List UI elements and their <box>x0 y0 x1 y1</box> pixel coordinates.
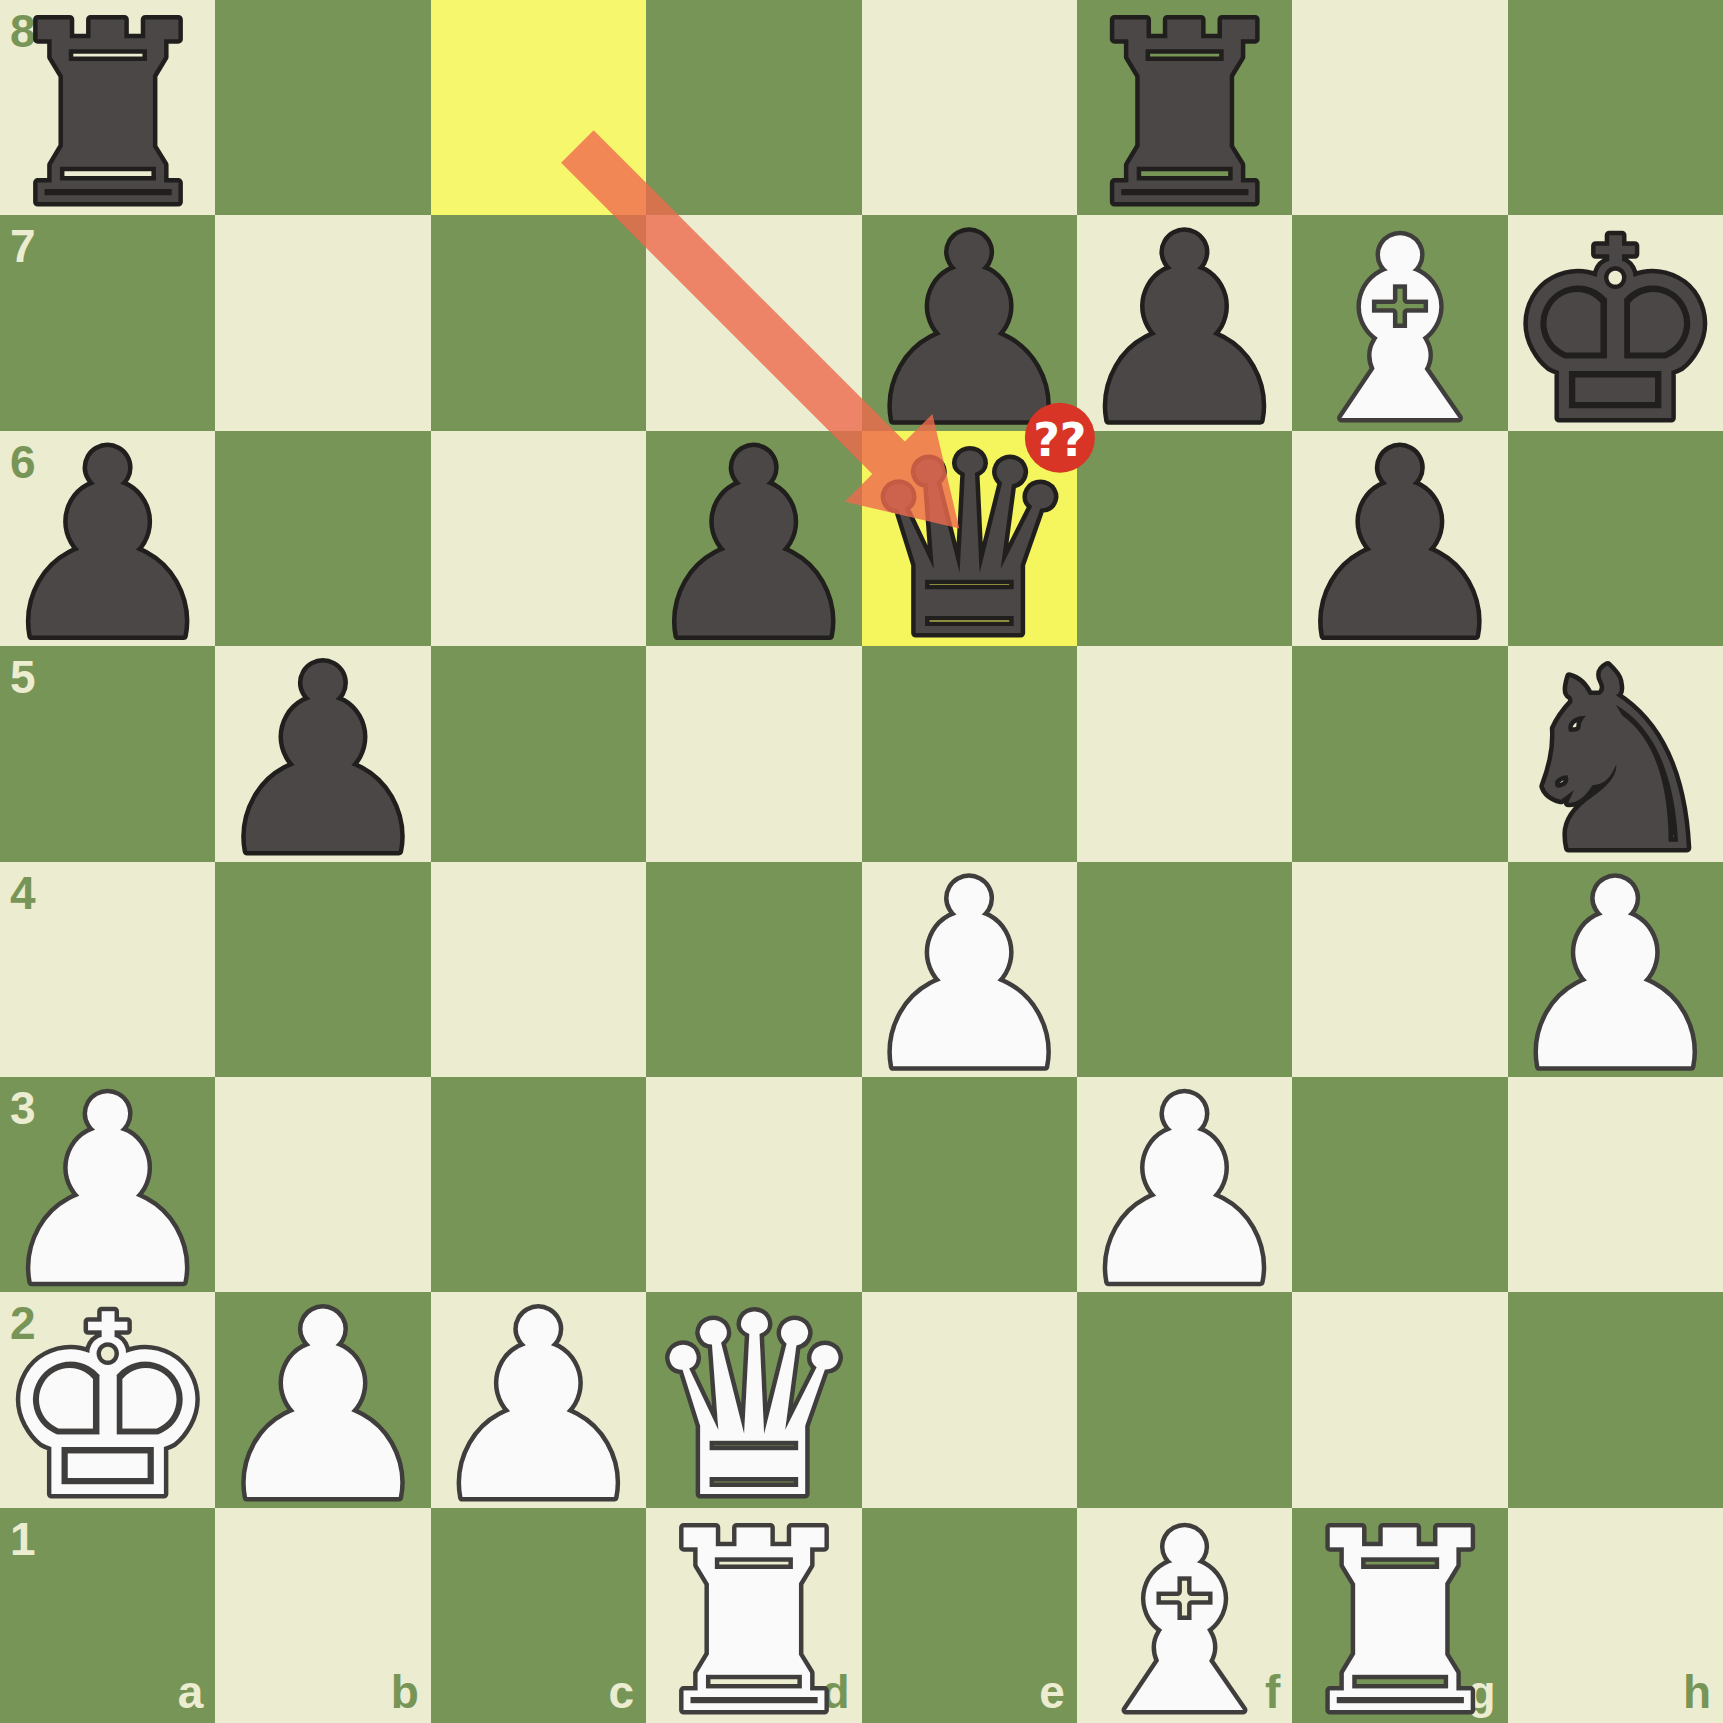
square-d7[interactable] <box>646 215 861 430</box>
square-h5[interactable] <box>1508 646 1723 861</box>
square-b4[interactable] <box>215 862 430 1077</box>
square-e5[interactable] <box>862 646 1077 861</box>
square-h2[interactable] <box>1508 1292 1723 1507</box>
square-g4[interactable] <box>1292 862 1507 1077</box>
rank-label-2: 2 <box>10 1300 36 1346</box>
square-a2[interactable]: 2 <box>0 1292 215 1507</box>
square-e6[interactable] <box>862 431 1077 646</box>
file-label-d: d <box>821 1669 849 1715</box>
square-c3[interactable] <box>431 1077 646 1292</box>
rank-label-4: 4 <box>10 870 36 916</box>
rank-label-5: 5 <box>10 654 36 700</box>
square-h1[interactable]: h <box>1508 1508 1723 1723</box>
square-b3[interactable] <box>215 1077 430 1292</box>
square-g1[interactable]: g <box>1292 1508 1507 1723</box>
square-f6[interactable] <box>1077 431 1292 646</box>
square-b5[interactable] <box>215 646 430 861</box>
square-d3[interactable] <box>646 1077 861 1292</box>
square-c1[interactable]: c <box>431 1508 646 1723</box>
square-a1[interactable]: 1a <box>0 1508 215 1723</box>
square-c5[interactable] <box>431 646 646 861</box>
square-a4[interactable]: 4 <box>0 862 215 1077</box>
square-h6[interactable] <box>1508 431 1723 646</box>
square-e8[interactable] <box>862 0 1077 215</box>
square-f7[interactable] <box>1077 215 1292 430</box>
rank-label-8: 8 <box>10 8 36 54</box>
square-d5[interactable] <box>646 646 861 861</box>
square-f5[interactable] <box>1077 646 1292 861</box>
square-b1[interactable]: b <box>215 1508 430 1723</box>
square-c6[interactable] <box>431 431 646 646</box>
square-f3[interactable] <box>1077 1077 1292 1292</box>
file-label-h: h <box>1683 1669 1711 1715</box>
square-a3[interactable]: 3 <box>0 1077 215 1292</box>
square-d8[interactable] <box>646 0 861 215</box>
square-b6[interactable] <box>215 431 430 646</box>
square-g2[interactable] <box>1292 1292 1507 1507</box>
square-a7[interactable]: 7 <box>0 215 215 430</box>
square-e2[interactable] <box>862 1292 1077 1507</box>
square-c7[interactable] <box>431 215 646 430</box>
square-h3[interactable] <box>1508 1077 1723 1292</box>
square-g3[interactable] <box>1292 1077 1507 1292</box>
square-c8[interactable] <box>431 0 646 215</box>
square-c4[interactable] <box>431 862 646 1077</box>
rank-label-1: 1 <box>10 1516 36 1562</box>
square-g6[interactable] <box>1292 431 1507 646</box>
square-a5[interactable]: 5 <box>0 646 215 861</box>
file-label-g: g <box>1468 1669 1496 1715</box>
square-e3[interactable] <box>862 1077 1077 1292</box>
square-a8[interactable]: 8 <box>0 0 215 215</box>
file-label-e: e <box>1039 1669 1065 1715</box>
rank-label-3: 3 <box>10 1085 36 1131</box>
chess-board: 87654321abcdefgh <box>0 0 1723 1723</box>
square-d2[interactable] <box>646 1292 861 1507</box>
square-e1[interactable]: e <box>862 1508 1077 1723</box>
square-h4[interactable] <box>1508 862 1723 1077</box>
square-d6[interactable] <box>646 431 861 646</box>
rank-label-7: 7 <box>10 223 36 269</box>
square-e4[interactable] <box>862 862 1077 1077</box>
square-b2[interactable] <box>215 1292 430 1507</box>
square-f4[interactable] <box>1077 862 1292 1077</box>
square-g5[interactable] <box>1292 646 1507 861</box>
square-e7[interactable] <box>862 215 1077 430</box>
square-g8[interactable] <box>1292 0 1507 215</box>
square-f2[interactable] <box>1077 1292 1292 1507</box>
square-h8[interactable] <box>1508 0 1723 215</box>
square-h7[interactable] <box>1508 215 1723 430</box>
square-c2[interactable] <box>431 1292 646 1507</box>
square-b8[interactable] <box>215 0 430 215</box>
square-a6[interactable]: 6 <box>0 431 215 646</box>
square-d4[interactable] <box>646 862 861 1077</box>
rank-label-6: 6 <box>10 439 36 485</box>
chess-board-stage: 87654321abcdefgh ♜♜♟♟♝♚♟♟♛♟♟♞♟♟♟♟♚♟♟♛♜♝♜… <box>0 0 1723 1723</box>
file-label-a: a <box>178 1669 204 1715</box>
square-g7[interactable] <box>1292 215 1507 430</box>
square-f1[interactable]: f <box>1077 1508 1292 1723</box>
file-label-b: b <box>391 1669 419 1715</box>
square-b7[interactable] <box>215 215 430 430</box>
file-label-c: c <box>609 1669 635 1715</box>
square-d1[interactable]: d <box>646 1508 861 1723</box>
file-label-f: f <box>1265 1669 1280 1715</box>
square-f8[interactable] <box>1077 0 1292 215</box>
